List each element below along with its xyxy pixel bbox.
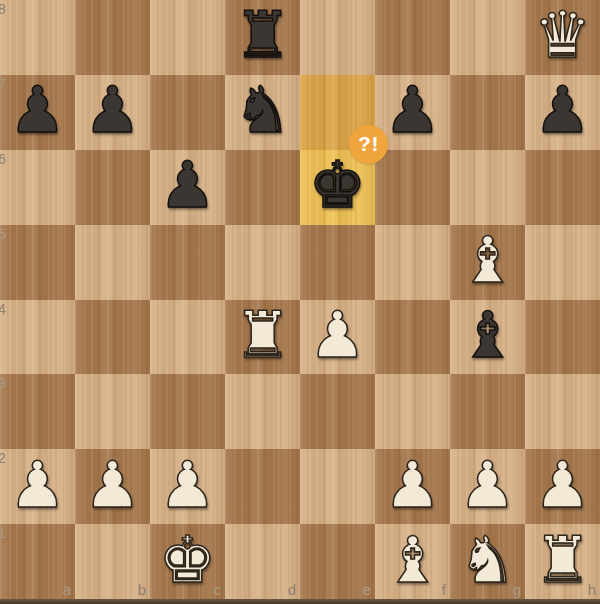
file-label-b: b <box>138 581 146 598</box>
piece-white-knight[interactable]: ♞ <box>459 528 516 592</box>
square-d2[interactable] <box>225 449 300 524</box>
square-a6[interactable]: 6 <box>0 150 75 225</box>
move-quality-badge: ?! <box>349 125 388 164</box>
square-d5[interactable] <box>225 225 300 300</box>
square-b2[interactable]: ♟ <box>75 449 150 524</box>
rank-label-5: 5 <box>0 226 6 242</box>
square-d4[interactable]: ♜ <box>225 300 300 375</box>
square-h7[interactable]: ♟ <box>525 75 600 150</box>
square-c4[interactable] <box>150 300 225 375</box>
piece-white-pawn[interactable]: ♟ <box>534 453 591 517</box>
square-g6[interactable] <box>450 150 525 225</box>
square-a1[interactable]: 1a <box>0 524 75 599</box>
square-f4[interactable] <box>375 300 450 375</box>
square-e8[interactable] <box>300 0 375 75</box>
square-c8[interactable] <box>150 0 225 75</box>
square-d1[interactable]: d <box>225 524 300 599</box>
piece-black-knight[interactable]: ♞ <box>234 78 291 142</box>
file-label-e: e <box>363 581 371 598</box>
square-g7[interactable] <box>450 75 525 150</box>
square-h3[interactable] <box>525 374 600 449</box>
square-h1[interactable]: h♜ <box>525 524 600 599</box>
square-h4[interactable] <box>525 300 600 375</box>
square-h2[interactable]: ♟ <box>525 449 600 524</box>
square-c3[interactable] <box>150 374 225 449</box>
square-g1[interactable]: g♞ <box>450 524 525 599</box>
square-b3[interactable] <box>75 374 150 449</box>
square-b6[interactable] <box>75 150 150 225</box>
square-a4[interactable]: 4 <box>0 300 75 375</box>
file-label-d: d <box>288 581 296 598</box>
square-f1[interactable]: f♝ <box>375 524 450 599</box>
square-a2[interactable]: 2♟ <box>0 449 75 524</box>
square-a8[interactable]: 8 <box>0 0 75 75</box>
piece-white-bishop[interactable]: ♝ <box>459 228 516 292</box>
square-g2[interactable]: ♟ <box>450 449 525 524</box>
piece-white-rook[interactable]: ♜ <box>534 528 591 592</box>
chess-app: 8♜♛7♟♟♞♟♟6♟♚5♝4♜♟♝32♟♟♟♟♟♟1abc♚def♝g♞h♜ … <box>0 0 600 604</box>
square-d6[interactable] <box>225 150 300 225</box>
file-label-a: a <box>63 581 71 598</box>
square-h6[interactable] <box>525 150 600 225</box>
rank-label-8: 8 <box>0 1 6 17</box>
square-e4[interactable]: ♟ <box>300 300 375 375</box>
piece-black-pawn[interactable]: ♟ <box>534 78 591 142</box>
piece-white-pawn[interactable]: ♟ <box>384 453 441 517</box>
square-f8[interactable] <box>375 0 450 75</box>
piece-black-pawn[interactable]: ♟ <box>9 78 66 142</box>
square-c2[interactable]: ♟ <box>150 449 225 524</box>
chess-board: 8♜♛7♟♟♞♟♟6♟♚5♝4♜♟♝32♟♟♟♟♟♟1abc♚def♝g♞h♜ <box>0 0 600 599</box>
square-c6[interactable]: ♟ <box>150 150 225 225</box>
piece-white-pawn[interactable]: ♟ <box>309 303 366 367</box>
square-a3[interactable]: 3 <box>0 374 75 449</box>
piece-black-king[interactable]: ♚ <box>309 153 366 217</box>
rank-label-3: 3 <box>0 375 6 391</box>
square-f5[interactable] <box>375 225 450 300</box>
square-d7[interactable]: ♞ <box>225 75 300 150</box>
square-f3[interactable] <box>375 374 450 449</box>
rank-label-2: 2 <box>0 450 6 466</box>
piece-black-pawn[interactable]: ♟ <box>159 153 216 217</box>
square-c1[interactable]: c♚ <box>150 524 225 599</box>
board-bottom-edge <box>0 599 600 604</box>
piece-white-rook[interactable]: ♜ <box>234 303 291 367</box>
square-e3[interactable] <box>300 374 375 449</box>
piece-white-pawn[interactable]: ♟ <box>459 453 516 517</box>
square-g3[interactable] <box>450 374 525 449</box>
square-a7[interactable]: 7♟ <box>0 75 75 150</box>
square-d3[interactable] <box>225 374 300 449</box>
square-h8[interactable]: ♛ <box>525 0 600 75</box>
square-b8[interactable] <box>75 0 150 75</box>
square-a5[interactable]: 5 <box>0 225 75 300</box>
square-d8[interactable]: ♜ <box>225 0 300 75</box>
piece-black-pawn[interactable]: ♟ <box>384 78 441 142</box>
piece-white-king[interactable]: ♚ <box>159 528 216 592</box>
square-b1[interactable]: b <box>75 524 150 599</box>
square-e1[interactable]: e <box>300 524 375 599</box>
square-g8[interactable] <box>450 0 525 75</box>
move-quality-text: ?! <box>358 132 379 156</box>
square-h5[interactable] <box>525 225 600 300</box>
piece-white-pawn[interactable]: ♟ <box>9 453 66 517</box>
square-b7[interactable]: ♟ <box>75 75 150 150</box>
piece-white-bishop[interactable]: ♝ <box>384 528 441 592</box>
rank-label-1: 1 <box>0 525 6 541</box>
piece-white-queen[interactable]: ♛ <box>534 3 591 67</box>
square-f6[interactable] <box>375 150 450 225</box>
rank-label-6: 6 <box>0 151 6 167</box>
square-c7[interactable] <box>150 75 225 150</box>
piece-black-pawn[interactable]: ♟ <box>84 78 141 142</box>
square-b4[interactable] <box>75 300 150 375</box>
piece-black-bishop[interactable]: ♝ <box>459 303 516 367</box>
rank-label-4: 4 <box>0 301 6 317</box>
square-c5[interactable] <box>150 225 225 300</box>
square-e2[interactable] <box>300 449 375 524</box>
square-b5[interactable] <box>75 225 150 300</box>
square-g4[interactable]: ♝ <box>450 300 525 375</box>
piece-black-rook[interactable]: ♜ <box>234 3 291 67</box>
file-label-f: f <box>442 581 446 598</box>
piece-white-pawn[interactable]: ♟ <box>84 453 141 517</box>
rank-label-7: 7 <box>0 76 6 92</box>
piece-white-pawn[interactable]: ♟ <box>159 453 216 517</box>
square-f2[interactable]: ♟ <box>375 449 450 524</box>
square-e5[interactable] <box>300 225 375 300</box>
square-g5[interactable]: ♝ <box>450 225 525 300</box>
